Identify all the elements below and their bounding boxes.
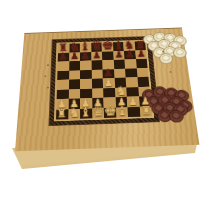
square-g1 bbox=[127, 106, 140, 117]
square-h6 bbox=[136, 59, 148, 68]
square-a2: ♟ bbox=[56, 99, 68, 109]
square-a4 bbox=[57, 80, 69, 90]
square-e6 bbox=[102, 60, 114, 69]
dark-checker-disc bbox=[173, 103, 189, 116]
board-photo: ♜♞♝♛♚♝♞♜♟♟♟♟♟♟♟♟♟♞♟♟♟♟♟♟♟♜♞♝♛♚♝♜ bbox=[0, 0, 200, 200]
square-b2: ♟ bbox=[68, 98, 80, 108]
square-e1: ♚ bbox=[104, 107, 116, 118]
piece-dark-pawn-a7: ♟ bbox=[57, 52, 68, 62]
square-f2: ♟ bbox=[115, 97, 127, 107]
square-e2 bbox=[103, 97, 115, 107]
piece-dark-pawn-b7: ♟ bbox=[69, 51, 80, 61]
square-f4 bbox=[114, 78, 126, 88]
square-f1: ♝ bbox=[116, 107, 129, 118]
square-a1: ♜ bbox=[56, 109, 68, 120]
square-a5 bbox=[57, 70, 69, 80]
square-c2: ♟ bbox=[80, 98, 92, 108]
dark-checker-disc bbox=[157, 94, 173, 107]
piece-dark-pawn-d7: ♟ bbox=[91, 50, 102, 60]
square-h4 bbox=[137, 77, 149, 87]
square-d7: ♟ bbox=[91, 51, 102, 60]
square-h5 bbox=[136, 68, 148, 78]
square-a7: ♟ bbox=[58, 52, 69, 61]
square-d6 bbox=[91, 60, 102, 69]
piece-dark-pawn-c7: ♟ bbox=[80, 51, 91, 61]
square-e5: ♟ bbox=[103, 69, 115, 79]
dark-checker-disc bbox=[177, 100, 193, 113]
piece-light-bishop-f1: ♝ bbox=[116, 105, 128, 118]
piece-dark-pawn-e5: ♟ bbox=[102, 68, 114, 78]
square-c5 bbox=[80, 70, 91, 80]
square-e4: ♟ bbox=[103, 78, 115, 88]
square-a6 bbox=[57, 61, 68, 70]
wood-board: ♜♞♝♛♚♝♞♜♟♟♟♟♟♟♟♟♟♞♟♟♟♟♟♟♟♜♞♝♛♚♝♜ bbox=[15, 28, 199, 152]
inlay-dot bbox=[170, 71, 172, 73]
square-c1: ♝ bbox=[80, 108, 92, 119]
square-g5 bbox=[125, 68, 137, 78]
piece-light-pawn-a2: ♟ bbox=[56, 99, 68, 110]
square-g2: ♟ bbox=[127, 96, 139, 106]
square-e7 bbox=[102, 51, 113, 60]
piece-light-knight-b1: ♞ bbox=[68, 106, 80, 119]
piece-light-pawn-e4: ♟ bbox=[103, 77, 115, 87]
piece-light-bishop-c1: ♝ bbox=[80, 106, 92, 119]
piece-dark-pawn-f7: ♟ bbox=[113, 50, 124, 60]
dark-checker-disc bbox=[168, 110, 184, 123]
piece-light-pawn-c2: ♟ bbox=[80, 98, 92, 109]
square-c7: ♟ bbox=[80, 52, 91, 61]
square-f7: ♟ bbox=[113, 51, 125, 60]
square-h2: ♟ bbox=[139, 96, 152, 106]
light-checkers-stack bbox=[24, 28, 182, 34]
square-h1: ♜ bbox=[139, 106, 152, 117]
dark-checker-disc bbox=[169, 96, 185, 109]
piece-dark-pawn-g7: ♟ bbox=[124, 49, 135, 59]
board-grid: ♜♞♝♛♚♝♞♜♟♟♟♟♟♟♟♟♟♞♟♟♟♟♟♟♟♜♞♝♛♚♝♜ bbox=[56, 41, 152, 119]
piece-light-rook-a1: ♜ bbox=[56, 108, 68, 120]
square-c6 bbox=[80, 61, 91, 70]
piece-light-pawn-f2: ♟ bbox=[115, 97, 127, 108]
light-checker-disc bbox=[159, 53, 174, 64]
piece-light-rook-h1: ♜ bbox=[140, 105, 152, 117]
square-f5 bbox=[114, 68, 126, 78]
square-b1: ♞ bbox=[68, 108, 80, 119]
piece-light-pawn-b2: ♟ bbox=[68, 98, 80, 109]
piece-light-pawn-g2: ♟ bbox=[127, 96, 139, 107]
square-d2: ♟ bbox=[92, 98, 104, 108]
dark-checker-disc bbox=[157, 109, 173, 122]
square-d1: ♛ bbox=[92, 108, 104, 119]
square-b4 bbox=[68, 79, 80, 89]
dark-checker-disc bbox=[164, 87, 180, 99]
inlay-dot bbox=[47, 64, 49, 66]
piece-dark-pawn-h7: ♟ bbox=[135, 49, 146, 59]
inlay-dot bbox=[47, 87, 49, 89]
dark-checker-disc bbox=[162, 102, 178, 115]
inlay-dot bbox=[44, 76, 46, 78]
light-checker-disc bbox=[172, 47, 187, 58]
piece-dark-rook-a8: ♜ bbox=[58, 42, 69, 53]
square-c4 bbox=[80, 79, 92, 89]
square-g4 bbox=[126, 77, 138, 87]
square-d4 bbox=[91, 78, 103, 88]
square-b7: ♟ bbox=[69, 52, 80, 61]
piece-light-pawn-h2: ♟ bbox=[139, 96, 151, 107]
square-b5 bbox=[69, 70, 80, 80]
piece-light-pawn-d2: ♟ bbox=[92, 97, 104, 108]
dark-checker-disc bbox=[174, 90, 190, 102]
square-d5 bbox=[91, 69, 103, 79]
